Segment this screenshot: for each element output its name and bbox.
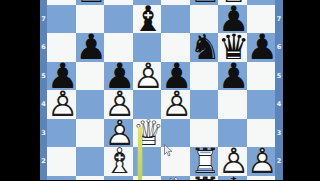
square-d2[interactable]	[133, 147, 162, 176]
square-c2[interactable]: ♝♗	[104, 147, 133, 176]
piece-black-knight[interactable]: ♞	[190, 33, 219, 62]
square-a2[interactable]	[47, 147, 76, 176]
square-f6[interactable]: ♞	[190, 33, 219, 62]
square-e1[interactable]: ♞♘	[161, 176, 190, 181]
square-g4[interactable]	[218, 90, 247, 119]
piece-white-pawn[interactable]: ♙	[47, 90, 76, 119]
piece-white-pawn-fill[interactable]: ♟	[247, 147, 276, 176]
square-a4[interactable]: ♟♙	[47, 90, 76, 119]
piece-black-pawn[interactable]: ♟	[247, 33, 276, 62]
square-h5[interactable]	[247, 62, 276, 91]
rank-label-6-left: 6	[40, 43, 47, 51]
square-f1[interactable]: ♜♖	[190, 176, 219, 181]
square-b4[interactable]	[76, 90, 105, 119]
square-d7[interactable]: ♝	[133, 5, 162, 34]
piece-black-pawn[interactable]: ♟	[161, 62, 190, 91]
letterbox-right	[283, 0, 320, 180]
square-g5[interactable]: ♟	[218, 62, 247, 91]
piece-white-pawn[interactable]: ♙	[104, 119, 133, 148]
rank-label-4-right: 4	[275, 100, 283, 108]
square-h4[interactable]	[247, 90, 276, 119]
square-h7[interactable]	[247, 5, 276, 34]
square-g2[interactable]: ♟♙	[218, 147, 247, 176]
square-b2[interactable]	[76, 147, 105, 176]
piece-white-pawn[interactable]: ♙	[104, 90, 133, 119]
board-border-right: 87654321	[275, 0, 283, 180]
square-f4[interactable]	[190, 90, 219, 119]
piece-white-rook[interactable]: ♖	[190, 147, 219, 176]
square-c6[interactable]	[104, 33, 133, 62]
chess-board-screenshot: 87654321 87654321 ♜♜♚♝♟♟♞♛♟♟♟♟♙♟♟♟♙♟♙♟♙♟…	[0, 0, 320, 180]
square-a1[interactable]	[47, 176, 76, 181]
square-b3[interactable]	[76, 119, 105, 148]
square-e4[interactable]: ♟♙	[161, 90, 190, 119]
piece-white-rook-fill[interactable]: ♜	[190, 176, 219, 181]
rank-label-5-right: 5	[275, 72, 283, 80]
piece-black-pawn[interactable]: ♟	[104, 62, 133, 91]
piece-white-king-fill[interactable]: ♚	[218, 176, 247, 181]
piece-white-queen-fill[interactable]: ♛	[133, 119, 162, 148]
square-h3[interactable]	[247, 119, 276, 148]
piece-white-pawn-fill[interactable]: ♟	[133, 62, 162, 91]
rank-label-5-left: 5	[40, 72, 47, 80]
square-f3[interactable]	[190, 119, 219, 148]
move-highlight-beam	[138, 127, 142, 180]
square-d3[interactable]: ♛♕	[133, 119, 162, 148]
board: ♜♜♚♝♟♟♞♛♟♟♟♟♙♟♟♟♙♟♙♟♙♟♙♛♕♝♗♜♖♟♙♟♙♞♘♜♖♚♔	[47, 0, 275, 180]
square-b1[interactable]	[76, 176, 105, 181]
square-c1[interactable]	[104, 176, 133, 181]
piece-white-pawn[interactable]: ♙	[218, 147, 247, 176]
piece-white-pawn-fill[interactable]: ♟	[47, 90, 76, 119]
square-a5[interactable]: ♟	[47, 62, 76, 91]
square-g6[interactable]: ♛	[218, 33, 247, 62]
rank-label-7-right: 7	[275, 15, 283, 23]
square-d5[interactable]: ♟♙	[133, 62, 162, 91]
square-h1[interactable]	[247, 176, 276, 181]
piece-white-pawn[interactable]: ♙	[133, 62, 162, 91]
piece-white-pawn-fill[interactable]: ♟	[104, 119, 133, 148]
piece-white-pawn-fill[interactable]: ♟	[104, 90, 133, 119]
square-e3[interactable]	[161, 119, 190, 148]
square-e6[interactable]	[161, 33, 190, 62]
piece-white-pawn[interactable]: ♙	[161, 90, 190, 119]
square-d6[interactable]	[133, 33, 162, 62]
square-f5[interactable]	[190, 62, 219, 91]
rank-label-4-left: 4	[40, 100, 47, 108]
square-e7[interactable]	[161, 5, 190, 34]
square-b5[interactable]	[76, 62, 105, 91]
piece-black-pawn[interactable]: ♟	[47, 62, 76, 91]
square-d4[interactable]	[133, 90, 162, 119]
piece-white-bishop[interactable]: ♗	[104, 147, 133, 176]
piece-white-rook-fill[interactable]: ♜	[190, 147, 219, 176]
square-a6[interactable]	[47, 33, 76, 62]
square-d1[interactable]	[133, 176, 162, 181]
square-c4[interactable]: ♟♙	[104, 90, 133, 119]
piece-white-queen[interactable]: ♕	[133, 119, 162, 148]
rank-label-6-right: 6	[275, 43, 283, 51]
piece-white-pawn-fill[interactable]: ♟	[161, 90, 190, 119]
square-c3[interactable]: ♟♙	[104, 119, 133, 148]
square-b7[interactable]	[76, 5, 105, 34]
piece-white-pawn[interactable]: ♙	[247, 147, 276, 176]
square-a7[interactable]	[47, 5, 76, 34]
square-f2[interactable]: ♜♖	[190, 147, 219, 176]
square-b6[interactable]: ♟	[76, 33, 105, 62]
square-g1[interactable]: ♚♔	[218, 176, 247, 181]
piece-white-bishop-fill[interactable]: ♝	[104, 147, 133, 176]
piece-black-bishop[interactable]: ♝	[133, 5, 162, 34]
piece-white-pawn-fill[interactable]: ♟	[218, 147, 247, 176]
piece-black-pawn[interactable]: ♟	[76, 33, 105, 62]
piece-white-rook[interactable]: ♖	[190, 176, 219, 181]
piece-black-pawn[interactable]: ♟	[218, 62, 247, 91]
letterbox-left	[0, 0, 40, 180]
square-h6[interactable]: ♟	[247, 33, 276, 62]
square-h2[interactable]: ♟♙	[247, 147, 276, 176]
mouse-cursor-icon	[164, 144, 173, 157]
square-e5[interactable]: ♟	[161, 62, 190, 91]
rank-label-2-left: 2	[40, 157, 47, 165]
rank-label-3-left: 3	[40, 129, 47, 137]
square-c7[interactable]	[104, 5, 133, 34]
rank-label-7-left: 7	[40, 15, 47, 23]
square-g7[interactable]: ♟	[218, 5, 247, 34]
square-a3[interactable]	[47, 119, 76, 148]
piece-white-knight-fill[interactable]: ♞	[161, 176, 190, 181]
rank-label-2-right: 2	[275, 157, 283, 165]
piece-black-pawn[interactable]: ♟	[218, 5, 247, 34]
piece-white-knight[interactable]: ♘	[161, 176, 190, 181]
piece-black-queen[interactable]: ♛	[218, 33, 247, 62]
piece-white-king[interactable]: ♔	[218, 176, 247, 181]
rank-label-3-right: 3	[275, 129, 283, 137]
square-f7[interactable]	[190, 5, 219, 34]
square-g3[interactable]	[218, 119, 247, 148]
board-border-left: 87654321	[40, 0, 47, 180]
square-c5[interactable]: ♟	[104, 62, 133, 91]
